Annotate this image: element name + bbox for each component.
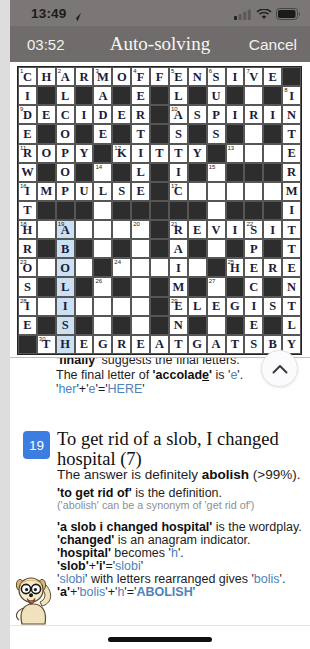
grid-cell-r11c7[interactable] (131, 258, 150, 277)
grid-cell-r9c15[interactable]: T (282, 220, 301, 239)
grid-cell-r12c9[interactable]: M (169, 277, 188, 296)
grid-cell-r9c4[interactable] (75, 220, 94, 239)
grid-cell-r4c2 (37, 124, 56, 143)
grid-cell-r7c11[interactable] (207, 182, 226, 201)
grid-cell-r10c8 (150, 239, 169, 258)
grid-cell-r11c13[interactable]: E (244, 258, 263, 277)
grid-cell-r4c5[interactable]: E (93, 124, 112, 143)
grid-cell-r12c11[interactable]: 27 (207, 277, 226, 296)
home-indicator[interactable] (108, 637, 212, 642)
grid-cell-r5c3[interactable]: P (56, 144, 75, 163)
grid-cell-r7c13[interactable] (244, 182, 263, 201)
grid-cell-r3c14[interactable]: I (263, 105, 282, 124)
grid-cell-r15c13[interactable]: S (244, 335, 263, 354)
grid-cell-r7c9[interactable]: 17C (169, 182, 188, 201)
grid-cell-r5c5 (93, 144, 112, 163)
grid-cell-r12c12 (226, 277, 245, 296)
grid-cell-r4c8 (150, 124, 169, 143)
grid-cell-r15c8[interactable]: A (150, 335, 169, 354)
grid-cell-r4c3[interactable]: O (56, 124, 75, 143)
grid-cell-r10c14 (263, 239, 282, 258)
grid-cell-r9c12[interactable]: I (226, 220, 245, 239)
grid-cell-r7c5[interactable]: L (93, 182, 112, 201)
grid-cell-r5c7[interactable]: I (131, 144, 150, 163)
grid-cell-r9c5[interactable] (93, 220, 112, 239)
grid-cell-r5c13[interactable] (244, 144, 263, 163)
grid-cell-r2c10 (188, 86, 207, 105)
grid-cell-r14c13[interactable]: E (244, 316, 263, 335)
grid-cell-r12c2 (37, 277, 56, 296)
grid-cell-r1c6[interactable]: O (112, 67, 131, 86)
grid-cell-r12c8 (150, 277, 169, 296)
grid-cell-r11c5 (93, 258, 112, 277)
collapse-button[interactable] (261, 350, 298, 387)
grid-cell-r5c11 (207, 144, 226, 163)
grid-cell-r12c5[interactable]: 26 (93, 277, 112, 296)
grid-cell-r6c1[interactable]: W (18, 163, 37, 182)
grid-cell-r4c13[interactable] (244, 124, 263, 143)
grid-cell-r2c2 (37, 86, 56, 105)
grid-cell-r9c6[interactable] (112, 220, 131, 239)
grid-cell-r15c4[interactable]: E (75, 335, 94, 354)
grid-cell-r14c6 (112, 316, 131, 335)
grid-cell-r5c14[interactable] (263, 144, 282, 163)
grid-cell-r1c5[interactable]: 3M (93, 67, 112, 86)
dog-mascot (11, 573, 57, 629)
grid-cell-r3c7[interactable]: R (131, 105, 150, 124)
grid-cell-r13c12[interactable]: G (226, 297, 245, 316)
grid-cell-r8c3 (56, 201, 75, 220)
grid-cell-r8c1[interactable]: T (18, 201, 37, 220)
grid-cell-r5c10[interactable]: Y (188, 144, 207, 163)
crossword-grid: 1CH2AR3MO4FF5EN6SI7VEILAELU8I9DECIDER10A… (17, 66, 302, 355)
grid-cell-r3c12[interactable]: I (226, 105, 245, 124)
grid-cell-r1c14[interactable]: E (263, 67, 282, 86)
clue-text: To get rid of a slob, I changedhospital … (57, 429, 307, 469)
wordplay-explanation: 'a slob i changed hospital' is the wordp… (57, 521, 310, 599)
grid-cell-r7c15[interactable]: M (282, 182, 301, 201)
grid-cell-r13c10[interactable]: L (188, 297, 207, 316)
grid-cell-r2c3[interactable]: L (56, 86, 75, 105)
grid-cell-r3c13[interactable]: R (244, 105, 263, 124)
grid-cell-r11c3[interactable]: O (56, 258, 75, 277)
battery-icon (276, 8, 301, 20)
grid-cell-r5c6[interactable]: 12K (112, 144, 131, 163)
grid-cell-r6c13 (244, 163, 263, 182)
grid-cell-r8c4 (75, 201, 94, 220)
grid-cell-r11c11 (207, 258, 226, 277)
status-bar: 13:49 (10, 0, 310, 26)
clue-number-badge: 19 (23, 431, 50, 459)
grid-cell-r7c6[interactable]: S (112, 182, 131, 201)
grid-cell-r8c13 (244, 201, 263, 220)
grid-cell-r10c13[interactable]: P (244, 239, 263, 258)
grid-cell-r15c3[interactable]: H (56, 335, 75, 354)
grid-cell-r7c14[interactable] (263, 182, 282, 201)
grid-cell-r12c14 (263, 277, 282, 296)
grid-cell-r13c13[interactable]: I (244, 297, 263, 316)
grid-cell-r8c5[interactable] (93, 201, 112, 220)
grid-cell-r15c9[interactable]: T (169, 335, 188, 354)
grid-cell-r12c3[interactable]: L (56, 277, 75, 296)
grid-cell-r2c7[interactable]: E (131, 86, 150, 105)
grid-cell-r11c10[interactable] (188, 258, 207, 277)
grid-cell-r2c11[interactable]: U (207, 86, 226, 105)
definition-line: 'to get rid of' is the definition. (57, 486, 307, 500)
nav-bar: 03:52 Auto-solving Cancel (10, 26, 310, 62)
grid-cell-r14c9[interactable]: N (169, 316, 188, 335)
grid-cell-r8c11[interactable] (207, 201, 226, 220)
grid-cell-r2c1[interactable]: I (18, 86, 37, 105)
signal-bars-icon (234, 9, 252, 20)
grid-cell-r11c9[interactable]: I (169, 258, 188, 277)
grid-cell-r2c13[interactable] (244, 86, 263, 105)
grid-cell-r15c11[interactable]: A (207, 335, 226, 354)
grid-cell-r14c11[interactable] (207, 316, 226, 335)
grid-cell-r3c9[interactable]: 10A (169, 105, 188, 124)
grid-cell-r5c2[interactable]: O (37, 144, 56, 163)
grid-cell-r1c12[interactable]: I (226, 67, 245, 86)
grid-cell-r6c15[interactable]: R (282, 163, 301, 182)
grid-cell-r2c8 (150, 86, 169, 105)
grid-cell-r13c9[interactable]: 29E (169, 297, 188, 316)
grid-cell-r14c7[interactable] (131, 316, 150, 335)
grid-cell-r11c15[interactable]: E (282, 258, 301, 277)
grid-cell-r1c4[interactable]: R (75, 67, 94, 86)
grid-cell-r10c15[interactable]: T (282, 239, 301, 258)
synonym-note: ('abolish' can be a synonym of 'get rid … (57, 499, 310, 511)
grid-cell-r4c1[interactable]: E (18, 124, 37, 143)
grid-cell-r8c12 (226, 201, 245, 220)
grid-cell-r12c4 (75, 277, 94, 296)
grid-cell-r2c14 (263, 86, 282, 105)
grid-cell-r1c11[interactable]: 6S (207, 67, 226, 86)
grid-cell-r5c4[interactable]: Y (75, 144, 94, 163)
answer-line: The answer is definitely abolish (>99%). (57, 467, 307, 482)
grid-cell-r8c14 (263, 201, 282, 220)
grid-cell-r10c1[interactable]: R (18, 239, 37, 258)
grid-cell-r14c2 (37, 316, 56, 335)
grid-cell-r13c1[interactable]: 28I (18, 297, 37, 316)
grid-cell-r9c2[interactable] (37, 220, 56, 239)
grid-cell-r13c6[interactable] (112, 297, 131, 316)
status-icons (234, 8, 301, 20)
grid-cell-r5c8[interactable]: T (150, 144, 169, 163)
grid-cell-r8c8 (150, 201, 169, 220)
grid-cell-r2c6 (112, 86, 131, 105)
grid-cell-r8c15[interactable]: I (282, 201, 301, 220)
grid-cell-r14c8 (150, 316, 169, 335)
grid-cell-r5c15[interactable]: E (282, 144, 301, 163)
grid-cell-r10c10 (188, 239, 207, 258)
grid-cell-r1c7[interactable]: 4F (131, 67, 150, 86)
grid-cell-r6c14 (263, 163, 282, 182)
grid-cell-r11c4[interactable] (75, 258, 94, 277)
grid-cell-r15c1 (18, 335, 37, 354)
grid-cell-r6c12 (226, 163, 245, 182)
grid-cell-r11c12[interactable]: 25H (226, 258, 245, 277)
grid-cell-r4c10 (188, 124, 207, 143)
grid-cell-r5c1[interactable]: 11R (18, 144, 37, 163)
grid-cell-r7c1[interactable]: 16I (18, 182, 37, 201)
grid-cell-r11c2[interactable] (37, 258, 56, 277)
grid-cell-r9c13[interactable]: 22S (244, 220, 263, 239)
grid-cell-r13c8 (150, 297, 169, 316)
grid-cell-r7c8 (150, 182, 169, 201)
grid-cell-r8c6 (112, 201, 131, 220)
location-arrow-icon (72, 8, 82, 26)
grid-cell-r1c3[interactable]: 2A (56, 67, 75, 86)
grid-cell-r14c4 (75, 316, 94, 335)
grid-cell-r3c15[interactable]: N (282, 105, 301, 124)
grid-cell-r10c11[interactable] (207, 239, 226, 258)
grid-cell-r9c11[interactable]: V (207, 220, 226, 239)
grid-cell-r1c9[interactable]: 5E (169, 67, 188, 86)
grid-cell-r7c10[interactable] (188, 182, 207, 201)
grid-cell-r13c3[interactable]: I (56, 297, 75, 316)
grid-cell-r3c8 (150, 105, 169, 124)
grid-cell-r4c15[interactable]: T (282, 124, 301, 143)
grid-cell-r4c11[interactable]: S (207, 124, 226, 143)
grid-cell-r12c10 (188, 277, 207, 296)
grid-cell-r7c3[interactable]: P (56, 182, 75, 201)
grid-cell-r2c12 (226, 86, 245, 105)
grid-cell-r1c10[interactable]: N (188, 67, 207, 86)
grid-cell-r3c10[interactable]: S (188, 105, 207, 124)
grid-cell-r12c7[interactable] (131, 277, 150, 296)
grid-cell-r15c5[interactable]: G (93, 335, 112, 354)
grid-cell-r6c5[interactable]: 14 (93, 163, 112, 182)
grid-cell-r9c3[interactable]: 19A (56, 220, 75, 239)
grid-cell-r2c4 (75, 86, 94, 105)
grid-cell-r4c14 (263, 124, 282, 143)
grid-cell-r3c6[interactable]: E (112, 105, 131, 124)
wifi-icon (256, 9, 272, 20)
grid-cell-r13c2[interactable] (37, 297, 56, 316)
grid-cell-r5c9[interactable]: T (169, 144, 188, 163)
grid-cell-r12c6 (112, 277, 131, 296)
grid-cell-r7c4[interactable]: U (75, 182, 94, 201)
grid-cell-r4c9[interactable]: S (169, 124, 188, 143)
grid-cell-r8c2 (37, 201, 56, 220)
grid-cell-r6c3[interactable]: O (56, 163, 75, 182)
grid-cell-r4c4 (75, 124, 94, 143)
grid-cell-r7c7[interactable]: E (131, 182, 150, 201)
grid-cell-r13c15[interactable]: T (282, 297, 301, 316)
grid-cell-r14c15[interactable]: L (282, 316, 301, 335)
grid-cell-r9c9[interactable]: 21R (169, 220, 188, 239)
grid-cell-r10c5[interactable] (93, 239, 112, 258)
grid-cell-r9c10[interactable]: E (188, 220, 207, 239)
grid-cell-r6c6 (112, 163, 131, 182)
grid-cell-r13c4[interactable] (75, 297, 94, 316)
status-time: 13:49 (31, 6, 67, 21)
grid-cell-r9c8 (150, 220, 169, 239)
grid-cell-r11c1[interactable]: 23O (18, 258, 37, 277)
grid-cell-r12c15[interactable]: N (282, 277, 301, 296)
grid-cell-r15c10[interactable]: G (188, 335, 207, 354)
grid-cell-r4c7[interactable]: T (131, 124, 150, 143)
grid-cell-r15c7[interactable]: E (131, 335, 150, 354)
grid-cell-r10c7[interactable] (131, 239, 150, 258)
grid-cell-r8c10 (188, 201, 207, 220)
grid-cell-r1c8[interactable]: F (150, 67, 169, 86)
grid-cell-r15c2[interactable]: 30T (37, 335, 56, 354)
grid-cell-r3c1[interactable]: 9D (18, 105, 37, 124)
grid-cell-r10c4 (75, 239, 94, 258)
grid-cell-r1c1[interactable]: 1C (18, 67, 37, 86)
grid-cell-r7c2[interactable]: M (37, 182, 56, 201)
grid-cell-r9c1[interactable]: 18H (18, 220, 37, 239)
grid-cell-r6c9[interactable]: I (169, 163, 188, 182)
grid-cell-r14c3[interactable]: S (56, 316, 75, 335)
grid-cell-r10c12 (226, 239, 245, 258)
grid-cell-r14c5[interactable] (93, 316, 112, 335)
grid-cell-r5c12[interactable]: 13 (226, 144, 245, 163)
grid-cell-r10c6 (112, 239, 131, 258)
grid-cell-r15c6[interactable]: R (112, 335, 131, 354)
grid-cell-r1c13[interactable]: 7V (244, 67, 263, 86)
grid-cell-r6c7[interactable]: L (131, 163, 150, 182)
grid-cell-r1c2[interactable]: H (37, 67, 56, 86)
grid-cell-r6c10 (188, 163, 207, 182)
cancel-button[interactable]: Cancel (249, 36, 297, 54)
grid-cell-r11c14[interactable]: R (263, 258, 282, 277)
grid-cell-r6c8 (150, 163, 169, 182)
grid-cell-r1c15 (282, 67, 301, 86)
grid-cell-r3c4[interactable]: I (75, 105, 94, 124)
grid-cell-r3c3[interactable]: C (56, 105, 75, 124)
grid-cell-r6c4 (75, 163, 94, 182)
grid-cell-r14c14 (263, 316, 282, 335)
bottom-divider (10, 625, 310, 626)
grid-cell-r2c15[interactable]: 8I (282, 86, 301, 105)
grid-cell-r15c12[interactable]: T (226, 335, 245, 354)
grid-cell-r14c10 (188, 316, 207, 335)
grid-cell-r8c7 (131, 201, 150, 220)
grid-cell-r13c7[interactable] (131, 297, 150, 316)
grid-cell-r3c5[interactable]: D (93, 105, 112, 124)
grid-cell-r14c12 (226, 316, 245, 335)
chevron-up-icon (272, 364, 288, 374)
grid-cell-r13c14[interactable]: S (263, 297, 282, 316)
grid-cell-r12c13[interactable]: C (244, 277, 263, 296)
grid-cell-r3c11[interactable]: P (207, 105, 226, 124)
grid-cell-r4c12 (226, 124, 245, 143)
grid-cell-r6c11[interactable]: 15 (207, 163, 226, 182)
grid-cell-r6c2 (37, 163, 56, 182)
app-screen: 13:49 03:52 Auto-solvin (10, 0, 310, 649)
grid-cell-r9c7[interactable]: 20 (131, 220, 150, 239)
grid-cell-r10c9[interactable]: A (169, 239, 188, 258)
grid-cell-r2c5[interactable]: A (93, 86, 112, 105)
grid-cell-r13c5[interactable] (93, 297, 112, 316)
grid-cell-r10c2 (37, 239, 56, 258)
grid-cell-r2c9[interactable]: L (169, 86, 188, 105)
grid-cell-r9c14[interactable]: I (263, 220, 282, 239)
grid-cell-r13c11[interactable]: E (207, 297, 226, 316)
grid-cell-r8c9 (169, 201, 188, 220)
grid-cell-r12c1[interactable]: S (18, 277, 37, 296)
grid-cell-r11c6[interactable]: 24 (112, 258, 131, 277)
grid-cell-r3c2[interactable]: E (37, 105, 56, 124)
grid-cell-r10c3[interactable]: B (56, 239, 75, 258)
grid-cell-r4c6 (112, 124, 131, 143)
grid-cell-r7c12[interactable] (226, 182, 245, 201)
grid-cell-r11c8[interactable] (150, 258, 169, 277)
grid-cell-r14c1[interactable]: E (18, 316, 37, 335)
